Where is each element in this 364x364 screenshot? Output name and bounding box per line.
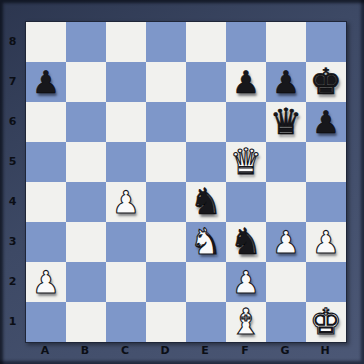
- square-b2[interactable]: [66, 262, 106, 302]
- square-d6[interactable]: [146, 102, 186, 142]
- square-h5[interactable]: [306, 142, 346, 182]
- rank-label-4: 4: [0, 181, 25, 221]
- square-c1[interactable]: [106, 302, 146, 342]
- square-c3[interactable]: [106, 222, 146, 262]
- square-c6[interactable]: [106, 102, 146, 142]
- square-b8[interactable]: [66, 22, 106, 62]
- piece-white-queen-f5[interactable]: ♛: [226, 142, 266, 182]
- square-d8[interactable]: [146, 22, 186, 62]
- square-d4[interactable]: [146, 182, 186, 222]
- square-f6[interactable]: [226, 102, 266, 142]
- piece-black-knight-e4[interactable]: ♞: [186, 182, 226, 222]
- rank-label-5: 5: [0, 141, 25, 181]
- square-c4[interactable]: ♟: [106, 182, 146, 222]
- square-e5[interactable]: [186, 142, 226, 182]
- square-a4[interactable]: [26, 182, 66, 222]
- square-a6[interactable]: [26, 102, 66, 142]
- square-g5[interactable]: [266, 142, 306, 182]
- square-f7[interactable]: ♟: [226, 62, 266, 102]
- piece-white-king-h1[interactable]: ♚: [306, 302, 346, 342]
- file-label-f: F: [225, 343, 265, 361]
- file-label-d: D: [145, 343, 185, 361]
- piece-black-knight-f3[interactable]: ♞: [226, 222, 266, 262]
- square-f3[interactable]: ♞: [226, 222, 266, 262]
- square-h6[interactable]: ♟: [306, 102, 346, 142]
- piece-white-pawn-f2[interactable]: ♟: [226, 262, 266, 302]
- square-e7[interactable]: [186, 62, 226, 102]
- file-label-g: G: [265, 343, 305, 361]
- piece-black-pawn-f7[interactable]: ♟: [226, 62, 266, 102]
- square-h1[interactable]: ♚: [306, 302, 346, 342]
- piece-black-king-h7[interactable]: ♚: [306, 62, 346, 102]
- square-e8[interactable]: [186, 22, 226, 62]
- square-h8[interactable]: [306, 22, 346, 62]
- square-d3[interactable]: [146, 222, 186, 262]
- piece-black-queen-g6[interactable]: ♛: [266, 102, 306, 142]
- square-h3[interactable]: ♟: [306, 222, 346, 262]
- square-b6[interactable]: [66, 102, 106, 142]
- file-label-h: H: [305, 343, 345, 361]
- square-a7[interactable]: ♟: [26, 62, 66, 102]
- piece-white-pawn-c4[interactable]: ♟: [106, 182, 146, 222]
- square-g8[interactable]: [266, 22, 306, 62]
- file-labels: ABCDEFGH: [25, 343, 345, 361]
- square-e4[interactable]: ♞: [186, 182, 226, 222]
- rank-label-1: 1: [0, 301, 25, 341]
- square-e2[interactable]: [186, 262, 226, 302]
- square-d2[interactable]: [146, 262, 186, 302]
- square-a5[interactable]: [26, 142, 66, 182]
- square-d5[interactable]: [146, 142, 186, 182]
- square-a3[interactable]: [26, 222, 66, 262]
- piece-black-pawn-h6[interactable]: ♟: [306, 102, 346, 142]
- square-f1[interactable]: ♝: [226, 302, 266, 342]
- square-f2[interactable]: ♟: [226, 262, 266, 302]
- square-g6[interactable]: ♛: [266, 102, 306, 142]
- square-f4[interactable]: [226, 182, 266, 222]
- square-d7[interactable]: [146, 62, 186, 102]
- square-c7[interactable]: [106, 62, 146, 102]
- square-g7[interactable]: ♟: [266, 62, 306, 102]
- square-c2[interactable]: [106, 262, 146, 302]
- square-g3[interactable]: ♟: [266, 222, 306, 262]
- square-g2[interactable]: [266, 262, 306, 302]
- square-b1[interactable]: [66, 302, 106, 342]
- rank-label-2: 2: [0, 261, 25, 301]
- square-a8[interactable]: [26, 22, 66, 62]
- square-a2[interactable]: ♟: [26, 262, 66, 302]
- rank-label-6: 6: [0, 101, 25, 141]
- piece-white-pawn-a2[interactable]: ♟: [26, 262, 66, 302]
- piece-white-pawn-g3[interactable]: ♟: [266, 222, 306, 262]
- square-b4[interactable]: [66, 182, 106, 222]
- rank-label-3: 3: [0, 221, 25, 261]
- square-e1[interactable]: [186, 302, 226, 342]
- square-e6[interactable]: [186, 102, 226, 142]
- square-f5[interactable]: ♛: [226, 142, 266, 182]
- square-c5[interactable]: [106, 142, 146, 182]
- board-frame: 87654321 ♟♟♟♚♛♟♛♟♞♞♞♟♟♟♟♝♚ ABCDEFGH: [0, 0, 364, 364]
- square-d1[interactable]: [146, 302, 186, 342]
- piece-black-pawn-a7[interactable]: ♟: [26, 62, 66, 102]
- piece-white-pawn-h3[interactable]: ♟: [306, 222, 346, 262]
- square-g1[interactable]: [266, 302, 306, 342]
- rank-labels: 87654321: [0, 21, 25, 341]
- square-h7[interactable]: ♚: [306, 62, 346, 102]
- piece-black-pawn-g7[interactable]: ♟: [266, 62, 306, 102]
- square-f8[interactable]: [226, 22, 266, 62]
- square-c8[interactable]: [106, 22, 146, 62]
- rank-label-7: 7: [0, 61, 25, 101]
- square-h2[interactable]: [306, 262, 346, 302]
- square-a1[interactable]: [26, 302, 66, 342]
- file-label-a: A: [25, 343, 65, 361]
- square-h4[interactable]: [306, 182, 346, 222]
- square-g4[interactable]: [266, 182, 306, 222]
- square-b7[interactable]: [66, 62, 106, 102]
- chess-board[interactable]: ♟♟♟♚♛♟♛♟♞♞♞♟♟♟♟♝♚: [25, 21, 347, 343]
- square-b5[interactable]: [66, 142, 106, 182]
- file-label-e: E: [185, 343, 225, 361]
- square-e3[interactable]: ♞: [186, 222, 226, 262]
- piece-white-bishop-f1[interactable]: ♝: [226, 302, 266, 342]
- square-b3[interactable]: [66, 222, 106, 262]
- file-label-c: C: [105, 343, 145, 361]
- rank-label-8: 8: [0, 21, 25, 61]
- file-label-b: B: [65, 343, 105, 361]
- piece-white-knight-e3[interactable]: ♞: [186, 222, 226, 262]
